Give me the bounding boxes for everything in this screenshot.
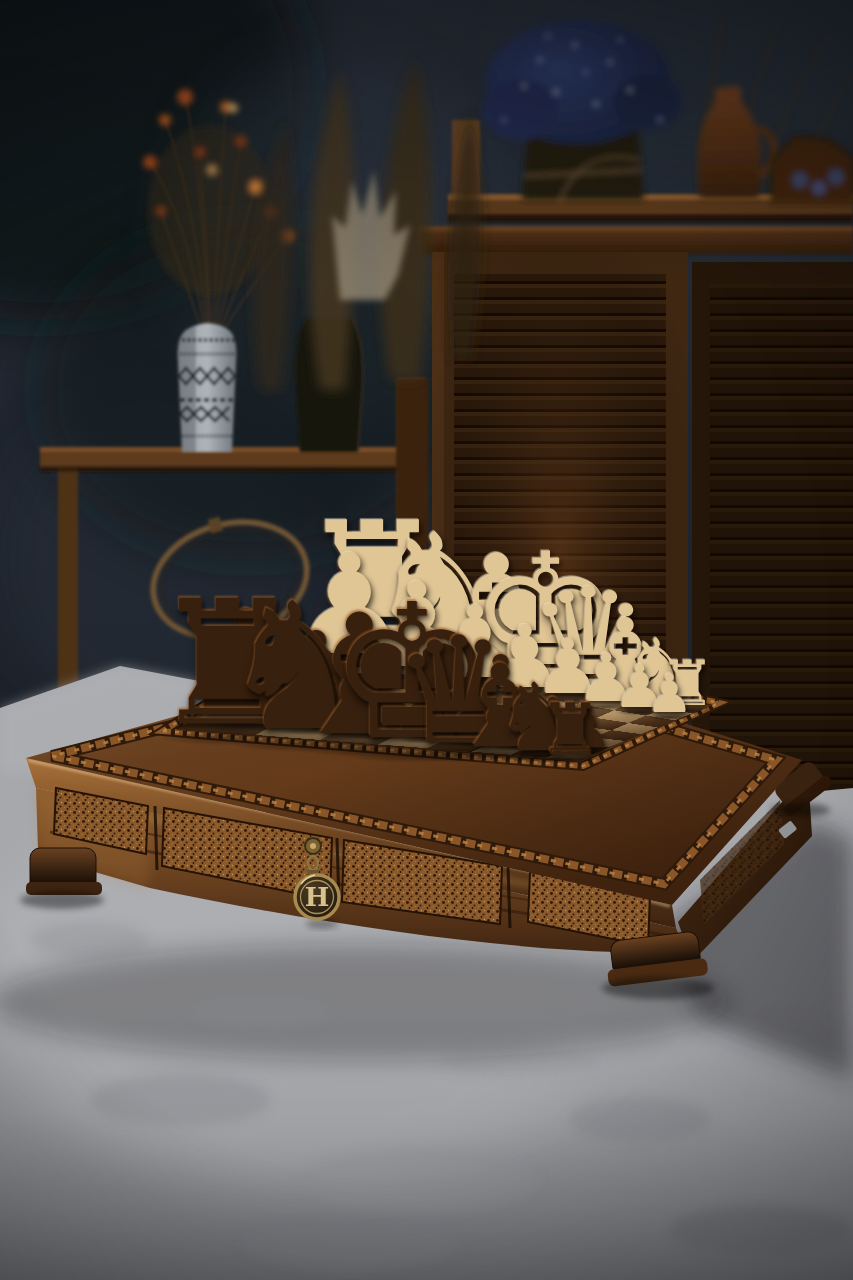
pendant-letter: H xyxy=(305,882,330,912)
piece-black-rook[interactable]: ♜ xyxy=(538,694,602,765)
white-patterned-vase xyxy=(178,323,237,452)
chess-photo-scene: H ♜♞♝♛♚♝♞♜♟♟♟♟♟♟♟♟♟♟♟♟♟♟♟♟♜♞♝♛♚♝♞♜ xyxy=(0,0,853,1280)
piece-white-pawn[interactable]: ♟ xyxy=(646,668,694,721)
shutter-top-beam xyxy=(418,226,853,254)
